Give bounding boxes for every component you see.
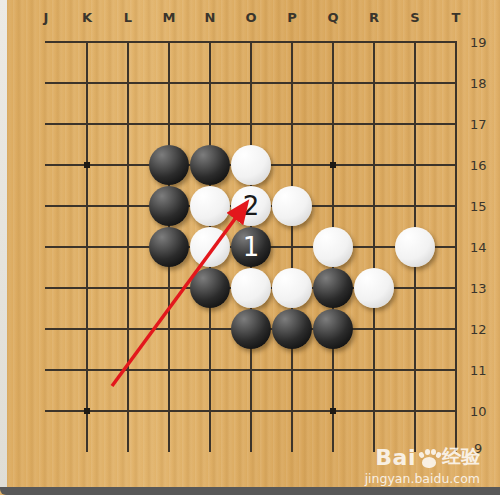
intersection-M14[interactable]: [149, 227, 190, 268]
white-stone-N14: [190, 227, 230, 267]
watermark-bai-text: Bai: [375, 445, 416, 470]
intersection-M13[interactable]: [149, 268, 190, 309]
intersection-R11[interactable]: [354, 350, 395, 391]
move-number-1: 1: [243, 234, 260, 260]
intersection-O10[interactable]: [231, 391, 272, 432]
intersection-K13[interactable]: [67, 268, 108, 309]
white-stone-P15: [272, 186, 312, 226]
intersection-Q16[interactable]: [313, 145, 354, 186]
intersection-S17[interactable]: [395, 104, 436, 145]
intersection-S10[interactable]: [395, 391, 436, 432]
intersection-O17[interactable]: [231, 104, 272, 145]
white-stone-O15: 2: [231, 186, 271, 226]
intersection-K15[interactable]: [67, 186, 108, 227]
black-stone-Q13: [313, 268, 353, 308]
intersection-N11[interactable]: [190, 350, 231, 391]
intersection-P19[interactable]: [272, 22, 313, 63]
intersection-J12[interactable]: [26, 309, 67, 350]
intersection-K10[interactable]: [67, 391, 108, 432]
intersection-N12[interactable]: [190, 309, 231, 350]
intersection-R14[interactable]: [354, 227, 395, 268]
intersection-O15[interactable]: 2: [231, 186, 272, 227]
intersection-N17[interactable]: [190, 104, 231, 145]
intersection-M15[interactable]: [149, 186, 190, 227]
intersection-Q14[interactable]: [313, 227, 354, 268]
black-stone-O12: [231, 309, 271, 349]
intersection-R10[interactable]: [354, 391, 395, 432]
intersection-P15[interactable]: [272, 186, 313, 227]
watermark-logo: Bai 经验: [365, 444, 480, 470]
intersection-J19[interactable]: [26, 22, 67, 63]
intersection-L11[interactable]: [108, 350, 149, 391]
black-stone-M16: [149, 145, 189, 185]
intersection-M18[interactable]: [149, 63, 190, 104]
watermark-url: jingyan.baidu.com: [365, 471, 480, 486]
intersection-T19[interactable]: [436, 22, 477, 63]
intersection-T11[interactable]: [436, 350, 477, 391]
intersection-R15[interactable]: [354, 186, 395, 227]
intersection-S14[interactable]: [395, 227, 436, 268]
white-stone-S14: [395, 227, 435, 267]
intersection-T16[interactable]: [436, 145, 477, 186]
intersection-N14[interactable]: [190, 227, 231, 268]
intersection-K18[interactable]: [67, 63, 108, 104]
intersection-K17[interactable]: [67, 104, 108, 145]
black-stone-M15: [149, 186, 189, 226]
intersection-O14[interactable]: 1: [231, 227, 272, 268]
intersection-M12[interactable]: [149, 309, 190, 350]
intersection-L15[interactable]: [108, 186, 149, 227]
intersection-S11[interactable]: [395, 350, 436, 391]
intersection-L14[interactable]: [108, 227, 149, 268]
intersection-J11[interactable]: [26, 350, 67, 391]
intersection-T10[interactable]: [436, 391, 477, 432]
intersection-M16[interactable]: [149, 145, 190, 186]
intersection-S12[interactable]: [395, 309, 436, 350]
intersection-Q18[interactable]: [313, 63, 354, 104]
baidu-paw-icon: [418, 448, 440, 470]
black-stone-Q12: [313, 309, 353, 349]
intersection-O11[interactable]: [231, 350, 272, 391]
intersection-J17[interactable]: [26, 104, 67, 145]
intersection-N15[interactable]: [190, 186, 231, 227]
intersection-R18[interactable]: [354, 63, 395, 104]
intersection-R12[interactable]: [354, 309, 395, 350]
intersection-L19[interactable]: [108, 22, 149, 63]
intersection-K11[interactable]: [67, 350, 108, 391]
intersection-N13[interactable]: [190, 268, 231, 309]
intersection-O12[interactable]: [231, 309, 272, 350]
intersection-J10[interactable]: [26, 391, 67, 432]
intersection-Q13[interactable]: [313, 268, 354, 309]
intersection-P18[interactable]: [272, 63, 313, 104]
intersection-K16[interactable]: [67, 145, 108, 186]
intersection-K14[interactable]: [67, 227, 108, 268]
intersection-J16[interactable]: [26, 145, 67, 186]
intersection-N18[interactable]: [190, 63, 231, 104]
intersection-P17[interactable]: [272, 104, 313, 145]
bottom-edge-bar: [0, 487, 500, 495]
intersection-S16[interactable]: [395, 145, 436, 186]
white-stone-Q14: [313, 227, 353, 267]
intersection-S19[interactable]: [395, 22, 436, 63]
black-stone-O14: 1: [231, 227, 271, 267]
intersection-Q17[interactable]: [313, 104, 354, 145]
intersection-T15[interactable]: [436, 186, 477, 227]
intersection-R16[interactable]: [354, 145, 395, 186]
intersection-T18[interactable]: [436, 63, 477, 104]
intersection-Q11[interactable]: [313, 350, 354, 391]
intersection-P14[interactable]: [272, 227, 313, 268]
intersection-J15[interactable]: [26, 186, 67, 227]
intersection-N16[interactable]: [190, 145, 231, 186]
intersection-P10[interactable]: [272, 391, 313, 432]
intersection-Q15[interactable]: [313, 186, 354, 227]
intersection-M11[interactable]: [149, 350, 190, 391]
white-stone-O16: [231, 145, 271, 185]
intersection-L17[interactable]: [108, 104, 149, 145]
black-stone-M14: [149, 227, 189, 267]
left-edge-strip: [0, 0, 7, 488]
intersection-O19[interactable]: [231, 22, 272, 63]
black-stone-N16: [190, 145, 230, 185]
white-stone-P13: [272, 268, 312, 308]
intersection-K12[interactable]: [67, 309, 108, 350]
intersection-S15[interactable]: [395, 186, 436, 227]
black-stone-N13: [190, 268, 230, 308]
intersection-S13[interactable]: [395, 268, 436, 309]
intersection-R19[interactable]: [354, 22, 395, 63]
black-stone-P12: [272, 309, 312, 349]
intersection-K19[interactable]: [67, 22, 108, 63]
intersection-N10[interactable]: [190, 391, 231, 432]
intersection-L10[interactable]: [108, 391, 149, 432]
intersection-R17[interactable]: [354, 104, 395, 145]
intersection-T14[interactable]: [436, 227, 477, 268]
intersection-L12[interactable]: [108, 309, 149, 350]
white-stone-R13: [354, 268, 394, 308]
intersection-Q12[interactable]: [313, 309, 354, 350]
intersection-M17[interactable]: [149, 104, 190, 145]
go-board-screenshot: JKLMNOPQRST191817161514131211109 21 Bai …: [0, 0, 500, 495]
intersection-S18[interactable]: [395, 63, 436, 104]
intersection-O18[interactable]: [231, 63, 272, 104]
intersection-L13[interactable]: [108, 268, 149, 309]
intersection-Q19[interactable]: [313, 22, 354, 63]
intersection-J14[interactable]: [26, 227, 67, 268]
go-board: 21: [26, 22, 477, 432]
move-number-2: 2: [243, 193, 260, 219]
intersection-L18[interactable]: [108, 63, 149, 104]
intersection-T13[interactable]: [436, 268, 477, 309]
intersection-O16[interactable]: [231, 145, 272, 186]
intersection-O13[interactable]: [231, 268, 272, 309]
watermark-cn-text: 经验: [442, 444, 480, 470]
intersection-J18[interactable]: [26, 63, 67, 104]
baidu-watermark: Bai 经验 jingyan.baidu.com: [365, 444, 480, 486]
intersection-P13[interactable]: [272, 268, 313, 309]
intersection-R13[interactable]: [354, 268, 395, 309]
intersection-L16[interactable]: [108, 145, 149, 186]
intersection-T12[interactable]: [436, 309, 477, 350]
intersection-T17[interactable]: [436, 104, 477, 145]
white-stone-N15: [190, 186, 230, 226]
intersection-J13[interactable]: [26, 268, 67, 309]
intersection-P16[interactable]: [272, 145, 313, 186]
intersection-N19[interactable]: [190, 22, 231, 63]
white-stone-O13: [231, 268, 271, 308]
intersection-M10[interactable]: [149, 391, 190, 432]
intersection-P11[interactable]: [272, 350, 313, 391]
intersection-M19[interactable]: [149, 22, 190, 63]
intersection-Q10[interactable]: [313, 391, 354, 432]
intersection-P12[interactable]: [272, 309, 313, 350]
